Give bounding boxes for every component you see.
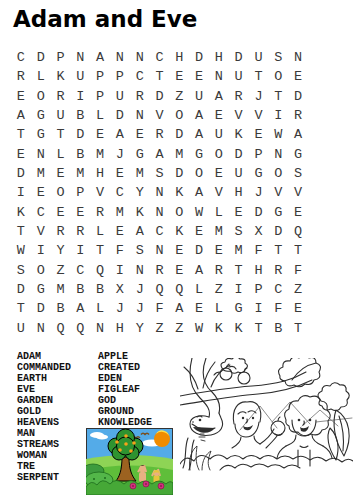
grid-cell: L [51,145,71,164]
grid-cell: P [249,145,269,164]
large-leaf-icon [328,410,349,460]
grid-cell: K [11,203,31,222]
grid-cell: Q [90,261,110,280]
grid-cell: T [288,241,308,260]
grid-cell: P [249,280,269,299]
grid-cell: P [51,48,71,67]
grid-cell: R [150,125,170,144]
eden-garden-illustration [86,428,173,495]
grid-cell: R [11,67,31,86]
grid-cell: R [209,261,229,280]
grid-cell: O [268,67,288,86]
grid-cell: S [130,241,150,260]
word-search-grid: CDPNANNCHDHDUSNRLKUPPCTEENUTOEEORIPURDZU… [11,48,308,338]
grid-cell: X [249,222,269,241]
grid-cell: L [209,203,229,222]
word-list-item: CREATED [98,362,152,373]
grid-cell: O [31,261,51,280]
grid-cell: E [288,203,308,222]
grid-cell: M [130,164,150,183]
grid-cell: T [11,222,31,241]
grid-cell: E [31,183,51,202]
grid-cell: H [249,261,269,280]
grid-cell: H [90,164,110,183]
grid-cell: E [288,67,308,86]
grid-cell: Z [169,87,189,106]
grid-cell: F [150,299,170,318]
grid-cell: T [229,261,249,280]
grid-cell: S [288,164,308,183]
grid-cell: O [31,87,51,106]
grid-cell: A [189,183,209,202]
grid-cell: Z [169,319,189,338]
grid-cell: N [288,48,308,67]
grid-cell: C [70,261,90,280]
grid-cell: T [268,87,288,106]
grid-cell: A [110,125,130,144]
grid-cell: J [130,280,150,299]
grid-cell: H [229,183,249,202]
grid-cell: J [130,299,150,318]
grid-cell: G [31,125,51,144]
grid-cell: E [169,241,189,260]
adam-eve-line-art [180,358,353,480]
grid-cell: Q [70,319,90,338]
word-list-item: COMMANDED [17,362,71,373]
grid-cell: B [51,299,71,318]
grid-cell: E [209,106,229,125]
grid-cell: Y [130,319,150,338]
grid-cell: C [11,48,31,67]
word-list-item: WOMAN [17,450,71,461]
grid-cell: C [150,222,170,241]
word-list-item: GARDEN [17,395,71,406]
grid-cell: B [70,106,90,125]
grid-cell: E [229,203,249,222]
grid-cell: F [288,261,308,280]
grid-cell: E [110,164,130,183]
grid-cell: D [229,145,249,164]
grid-cell: D [189,48,209,67]
grid-cell: W [268,125,288,144]
grid-cell: X [110,280,130,299]
grid-cell: H [209,48,229,67]
grid-cell: N [130,261,150,280]
grid-cell: N [130,48,150,67]
grid-cell: M [51,280,71,299]
word-list-item: EVE [17,384,71,395]
grid-cell: E [189,222,209,241]
grid-cell: D [189,241,209,260]
grid-cell: L [189,280,209,299]
grid-cell: Z [150,319,170,338]
grid-cell: M [169,145,189,164]
grid-cell: V [209,183,229,202]
grid-cell: E [209,164,229,183]
grid-cell: U [189,87,209,106]
grid-cell: M [229,241,249,260]
word-list-item: APPLE [98,351,152,362]
grid-cell: A [288,125,308,144]
grid-cell: M [110,203,130,222]
grid-cell: O [189,164,209,183]
grid-cell: G [31,280,51,299]
grid-cell: C [110,183,130,202]
grid-cell: Q [150,280,170,299]
grid-cell: D [150,87,170,106]
grid-cell: T [249,67,269,86]
grid-cell: Y [51,241,71,260]
grid-cell: D [31,48,51,67]
grid-cell: R [229,87,249,106]
grid-cell: A [70,299,90,318]
grid-cell: V [150,106,170,125]
grid-cell: W [189,203,209,222]
grid-cell: B [268,319,288,338]
grid-cell: C [268,280,288,299]
grid-cell: R [51,87,71,106]
grid-cell: L [209,299,229,318]
grid-cell: N [110,48,130,67]
grid-cell: G [229,299,249,318]
grid-cell: A [189,125,209,144]
grid-cell: R [130,87,150,106]
worksheet-page: Adam and Eve CDPNANNCHDHDUSNRLKUPPCTEENU… [0,0,353,500]
word-list-item: EARTH [17,373,71,384]
grid-cell: D [11,164,31,183]
grid-cell: G [268,203,288,222]
word-list-item: SERPENT [17,472,71,483]
grid-cell: O [51,183,71,202]
grid-cell: D [288,87,308,106]
grid-cell: E [189,299,209,318]
grid-cell: U [209,125,229,144]
grid-cell: D [110,106,130,125]
grid-cell: U [229,67,249,86]
grid-cell: L [90,106,110,125]
grid-cell: R [90,203,110,222]
grid-cell: K [169,183,189,202]
grid-cell: V [229,106,249,125]
grid-cell: G [288,145,308,164]
grid-cell: E [51,164,71,183]
grid-cell: R [268,261,288,280]
word-list-item: ADAM [17,351,71,362]
grid-cell: U [11,319,31,338]
grid-cell: V [249,106,269,125]
grid-cell: A [11,106,31,125]
grid-cell: U [70,67,90,86]
word-list-right: APPLECREATEDEDENFIGLEAFGODGROUNDKNOWLEDG… [98,351,152,428]
grid-cell: S [229,222,249,241]
word-list-item: GROUND [98,406,152,417]
grid-cell: Z [209,280,229,299]
grid-cell: A [150,145,170,164]
grid-cell: T [11,125,31,144]
grid-cell: O [268,164,288,183]
grid-cell: T [288,319,308,338]
grid-cell: C [130,67,150,86]
grid-cell: D [268,222,288,241]
grid-cell: E [11,87,31,106]
grid-cell: P [90,87,110,106]
grid-cell: K [51,67,71,86]
grid-cell: B [70,280,90,299]
grid-cell: W [11,241,31,260]
grid-cell: P [110,67,130,86]
apple-in-hand-icon [271,417,285,436]
grid-cell: E [70,203,90,222]
grid-cell: E [288,299,308,318]
grid-cell: N [130,106,150,125]
grid-cell: V [268,183,288,202]
grid-cell: Z [51,261,71,280]
apple-icon [214,364,250,384]
grid-cell: N [268,145,288,164]
word-list-item: GOD [98,395,152,406]
grid-cell: Y [130,183,150,202]
grid-cell: H [169,48,189,67]
grid-cell: C [150,48,170,67]
mountains [240,402,352,430]
grid-cell: A [169,299,189,318]
grid-cell: J [249,183,269,202]
grid-cell: A [189,106,209,125]
word-list-item: GOLD [17,406,71,417]
grid-cell: E [169,67,189,86]
grid-cell: T [249,319,269,338]
grid-cell: D [11,280,31,299]
grid-cell: D [229,48,249,67]
grid-cell: R [70,222,90,241]
grid-cell: Z [288,280,308,299]
grid-cell: M [90,145,110,164]
word-list-item: MAN [17,428,71,439]
word-list-item: EDEN [98,373,152,384]
grid-cell: S [268,48,288,67]
grid-cell: F [110,241,130,260]
grid-cell: V [288,183,308,202]
grid-cell: I [268,106,288,125]
grid-cell: E [249,125,269,144]
word-list-item: KNOWLEDGE [98,417,152,428]
grid-cell: B [90,280,110,299]
word-list-item: FIGLEAF [98,384,152,395]
grid-cell: T [51,125,71,144]
grid-cell: N [70,48,90,67]
grid-cell: I [31,241,51,260]
grid-cell: O [169,203,189,222]
grid-cell: E [11,145,31,164]
grid-cell: U [110,87,130,106]
grid-cell: I [110,261,130,280]
grid-cell: K [229,125,249,144]
grid-cell: K [229,319,249,338]
grid-cell: A [130,222,150,241]
grid-cell: P [90,67,110,86]
grid-cell: N [150,183,170,202]
grid-cell: G [249,164,269,183]
serpent-icon [183,358,223,470]
grid-cell: J [110,299,130,318]
grid-cell: E [110,222,130,241]
grid-cell: T [11,299,31,318]
eve-figure [232,402,277,448]
grid-cell: A [209,87,229,106]
grid-cell: D [249,203,269,222]
grid-cell: R [150,261,170,280]
grid-cell: E [90,125,110,144]
page-title: Adam and Eve [13,6,197,32]
grid-cell: N [31,145,51,164]
grid-cell: S [11,261,31,280]
grid-cell: K [209,319,229,338]
grid-cell: A [189,261,209,280]
grid-cell: N [90,319,110,338]
grid-cell: S [150,164,170,183]
grid-cell: T [150,67,170,86]
grid-cell: N [150,203,170,222]
grid-cell: G [130,145,150,164]
grid-cell: T [90,241,110,260]
grid-cell: E [130,125,150,144]
grid-cell: D [70,125,90,144]
grid-cell: U [229,164,249,183]
grid-cell: E [209,241,229,260]
grid-cell: N [150,241,170,260]
grid-cell: M [70,164,90,183]
grid-cell: I [249,299,269,318]
grid-cell: D [31,299,51,318]
grid-cell: K [130,203,150,222]
grid-cell: W [189,319,209,338]
grid-cell: O [169,106,189,125]
word-list-item: STREAMS [17,439,71,450]
grid-cell: E [189,67,209,86]
adam-figure [138,465,146,482]
grid-cell: Q [51,319,71,338]
grass-tuft [189,434,211,470]
grid-cell: M [209,222,229,241]
grid-cell: M [31,164,51,183]
grid-cell: Q [288,222,308,241]
grid-cell: G [31,106,51,125]
grid-cell: O [209,145,229,164]
grid-cell: F [268,299,288,318]
grid-cell: G [189,145,209,164]
grid-cell: E [51,203,71,222]
grid-cell: H [110,319,130,338]
grid-cell: A [90,48,110,67]
grid-cell: N [31,319,51,338]
grid-cell: P [70,183,90,202]
grid-cell: I [70,241,90,260]
grid-cell: B [70,145,90,164]
grid-cell: D [169,164,189,183]
grid-cell: R [288,106,308,125]
grid-cell: E [169,261,189,280]
grid-cell: U [249,48,269,67]
grid-cell: D [169,125,189,144]
word-list-item: TRE [17,461,71,472]
grid-cell: J [110,145,130,164]
grid-cell: C [31,203,51,222]
grid-cell: V [90,183,110,202]
grid-cell: L [31,67,51,86]
bush-outline [180,455,353,470]
grid-cell: K [169,222,189,241]
grid-cell: I [229,280,249,299]
flower-bush-icon [86,481,173,496]
grid-cell: U [51,106,71,125]
grid-cell: Q [169,280,189,299]
grid-cell: L [90,222,110,241]
grid-cell: N [209,67,229,86]
grid-cell: R [51,222,71,241]
grid-cell: L [90,299,110,318]
grid-cell: T [268,241,288,260]
word-list-left: ADAMCOMMANDEDEARTHEVEGARDENGOLDHEAVENSMA… [17,351,71,483]
grid-cell: V [31,222,51,241]
grid-cell: I [70,87,90,106]
grid-cell: I [11,183,31,202]
grid-cell: F [249,241,269,260]
word-list-item: HEAVENS [17,417,71,428]
grid-cell: J [249,87,269,106]
